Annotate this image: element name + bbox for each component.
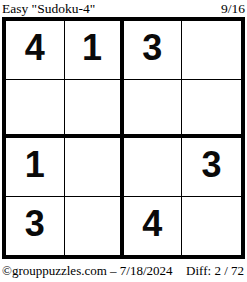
header: Easy "Sudoku-4" 9/16 — [0, 0, 247, 17]
footer: ©grouppuzzles.com – 7/18/2024 Diff: 2 / … — [0, 263, 247, 282]
cell-r1c2-given: 1 — [65, 21, 124, 80]
cell-r3c3-empty[interactable] — [124, 138, 183, 197]
cell-r1c4-empty[interactable] — [182, 21, 241, 80]
cell-r4c1-given: 3 — [6, 197, 65, 256]
difficulty-text: Diff: 2 / 72 — [186, 263, 244, 278]
cell-r2c4-empty[interactable] — [182, 80, 241, 139]
cell-r2c3-empty[interactable] — [124, 80, 183, 139]
cell-r3c2-empty[interactable] — [65, 138, 124, 197]
cell-r4c3-given: 4 — [124, 197, 183, 256]
copyright-text: ©grouppuzzles.com – 7/18/2024 — [2, 263, 173, 278]
cell-r4c4-empty[interactable] — [182, 197, 241, 256]
cell-r3c4-given: 3 — [182, 138, 241, 197]
cell-r1c3-given: 3 — [124, 21, 183, 80]
cell-r3c1-given: 1 — [6, 138, 65, 197]
page-title: Easy "Sudoku-4" — [2, 1, 95, 16]
cell-r4c2-empty[interactable] — [65, 197, 124, 256]
cell-r2c1-empty[interactable] — [6, 80, 65, 139]
sudoku-board: 4131334 — [2, 17, 245, 259]
cell-r2c2-empty[interactable] — [65, 80, 124, 139]
progress-counter: 9/16 — [221, 1, 245, 16]
sudoku-page: Easy "Sudoku-4" 9/16 4131334 ©grouppuzzl… — [0, 0, 247, 282]
cell-r1c1-given: 4 — [6, 21, 65, 80]
